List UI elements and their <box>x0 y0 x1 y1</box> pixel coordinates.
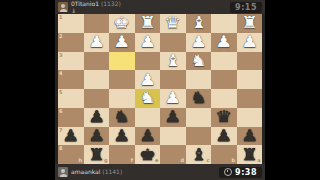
rank-label-6: 6 <box>59 109 62 114</box>
white-knight-c3[interactable]: ♞ <box>183 52 213 71</box>
square-f5[interactable] <box>109 89 135 108</box>
avatar-torso-icon <box>60 9 67 13</box>
square-f1[interactable]: ♚ <box>109 14 135 33</box>
top-player-name[interactable]: 0Titanio1 (1132) <box>71 1 121 7</box>
square-a1[interactable]: ♜ <box>237 14 263 33</box>
white-pawn-e2[interactable]: ♟ <box>132 33 162 52</box>
square-g4[interactable] <box>84 70 110 89</box>
square-h4[interactable]: 4 <box>58 70 84 89</box>
square-d5[interactable]: ♟ <box>160 89 186 108</box>
bottom-player-name[interactable]: amaankal (1141) <box>71 169 122 175</box>
bottom-clock-time: 9:38 <box>235 168 257 177</box>
clock-icon <box>224 168 232 176</box>
avatar-head-icon <box>61 169 65 173</box>
square-f3[interactable] <box>109 52 135 71</box>
rank-label-8: 8 <box>59 146 62 151</box>
square-c6[interactable] <box>186 108 212 127</box>
square-c5[interactable]: ♞ <box>186 89 212 108</box>
square-b2[interactable]: ♟ <box>211 33 237 52</box>
white-bishop-c1[interactable]: ♝ <box>183 14 213 33</box>
square-d6[interactable]: ♟ <box>160 108 186 127</box>
top-clock-time: 9:15 <box>235 3 257 12</box>
black-bishop-c8[interactable]: ♝ <box>183 145 213 164</box>
black-king-e8[interactable]: ♚ <box>132 145 162 164</box>
square-d8[interactable]: d <box>160 145 186 164</box>
square-b6[interactable]: ♛ <box>211 108 237 127</box>
square-g6[interactable]: ♟ <box>84 108 110 127</box>
square-g1[interactable] <box>84 14 110 33</box>
square-b8[interactable]: b <box>211 145 237 164</box>
square-d3[interactable]: ♝ <box>160 52 186 71</box>
square-h1[interactable]: 1 <box>58 14 84 33</box>
square-f2[interactable]: ♟ <box>109 33 135 52</box>
square-g2[interactable]: ♟ <box>84 33 110 52</box>
bottom-player-info: amaankal (1141) <box>71 169 122 175</box>
square-d7[interactable] <box>160 127 186 146</box>
square-d1[interactable]: ♛ <box>160 14 186 33</box>
phone-screen: 0Titanio1 (1132) ♝ 9:15 1♚♜♛♝♜2♟♟♟♟♟♟3♝♞… <box>55 0 265 180</box>
bottom-player-bar: amaankal (1141) 9:38 <box>55 164 265 180</box>
black-pawn-d6[interactable]: ♟ <box>158 108 188 127</box>
square-e5[interactable]: ♞ <box>135 89 161 108</box>
black-rook-a8[interactable]: ♜ <box>234 145 264 164</box>
square-a7[interactable]: ♟ <box>237 127 263 146</box>
square-g5[interactable] <box>84 89 110 108</box>
top-player-bar: 0Titanio1 (1132) ♝ 9:15 <box>55 0 265 14</box>
bottom-player-rating: (1141) <box>102 168 122 175</box>
square-b1[interactable] <box>211 14 237 33</box>
square-g7[interactable]: ♟ <box>84 127 110 146</box>
top-player-avatar[interactable] <box>58 2 68 12</box>
rank-label-2: 2 <box>59 34 62 39</box>
square-f8[interactable]: f <box>109 145 135 164</box>
square-a8[interactable]: a♜ <box>237 145 263 164</box>
square-e4[interactable]: ♟ <box>135 70 161 89</box>
square-c7[interactable] <box>186 127 212 146</box>
white-rook-a1[interactable]: ♜ <box>234 14 264 33</box>
square-b4[interactable] <box>211 70 237 89</box>
square-a5[interactable] <box>237 89 263 108</box>
square-h8[interactable]: 8h <box>58 145 84 164</box>
square-c2[interactable]: ♟ <box>186 33 212 52</box>
avatar-torso-icon <box>60 174 67 178</box>
square-g3[interactable] <box>84 52 110 71</box>
square-b5[interactable] <box>211 89 237 108</box>
square-d2[interactable] <box>160 33 186 52</box>
bottom-player-avatar[interactable] <box>58 167 68 177</box>
square-h2[interactable]: 2 <box>58 33 84 52</box>
square-c1[interactable]: ♝ <box>186 14 212 33</box>
black-queen-b6[interactable]: ♛ <box>209 108 239 127</box>
white-pawn-e4[interactable]: ♟ <box>132 70 162 89</box>
square-f6[interactable]: ♞ <box>109 108 135 127</box>
square-f4[interactable] <box>109 70 135 89</box>
rank-label-3: 3 <box>59 53 62 58</box>
rank-label-1: 1 <box>59 15 62 20</box>
square-a6[interactable] <box>237 108 263 127</box>
black-knight-c5[interactable]: ♞ <box>183 89 213 108</box>
square-b3[interactable] <box>211 52 237 71</box>
square-e3[interactable] <box>135 52 161 71</box>
square-h7[interactable]: 7♟ <box>58 127 84 146</box>
black-knight-f6[interactable]: ♞ <box>107 108 137 127</box>
top-player-info: 0Titanio1 (1132) ♝ <box>71 1 121 14</box>
black-pawn-e7[interactable]: ♟ <box>132 127 162 146</box>
square-h5[interactable]: 5 <box>58 89 84 108</box>
square-e7[interactable]: ♟ <box>135 127 161 146</box>
square-e2[interactable]: ♟ <box>135 33 161 52</box>
rank-label-5: 5 <box>59 90 62 95</box>
square-h3[interactable]: 3 <box>58 52 84 71</box>
top-player-rating: (1132) <box>101 0 121 7</box>
square-b7[interactable]: ♟ <box>211 127 237 146</box>
avatar-head-icon <box>61 4 65 8</box>
square-a3[interactable] <box>237 52 263 71</box>
square-e6[interactable] <box>135 108 161 127</box>
black-pawn-a7[interactable]: ♟ <box>234 127 264 146</box>
square-h6[interactable]: 6 <box>58 108 84 127</box>
square-f7[interactable]: ♟ <box>109 127 135 146</box>
black-rook-g8[interactable]: ♜ <box>81 145 111 164</box>
square-c4[interactable] <box>186 70 212 89</box>
square-c3[interactable]: ♞ <box>186 52 212 71</box>
square-a4[interactable] <box>237 70 263 89</box>
white-pawn-a2[interactable]: ♟ <box>234 33 264 52</box>
chess-board[interactable]: 1♚♜♛♝♜2♟♟♟♟♟♟3♝♞4♟5♞♟♞6♟♞♟♛7♟♟♟♟♟♟8hg♜fe… <box>58 14 262 164</box>
square-e1[interactable]: ♜ <box>135 14 161 33</box>
square-g8[interactable]: g♜ <box>84 145 110 164</box>
square-e8[interactable]: e♚ <box>135 145 161 164</box>
square-a2[interactable]: ♟ <box>237 33 263 52</box>
square-d4[interactable] <box>160 70 186 89</box>
square-c8[interactable]: c♝ <box>186 145 212 164</box>
top-player-clock: 9:15 <box>230 2 262 13</box>
rank-label-4: 4 <box>59 71 62 76</box>
bottom-player-clock: 9:38 <box>219 167 262 178</box>
